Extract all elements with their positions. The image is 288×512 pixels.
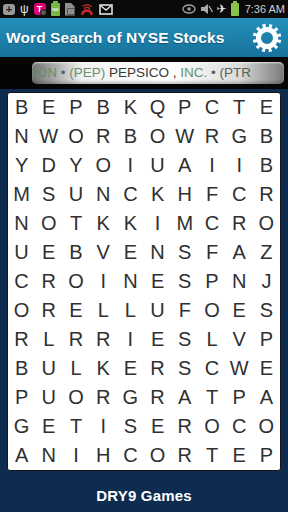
grid-cell[interactable]: I [117, 325, 144, 354]
grid-cell[interactable]: O [144, 441, 171, 470]
ticker-segment: (PEP) [69, 65, 105, 80]
grid-cell[interactable]: E [144, 325, 171, 354]
grid-cell[interactable]: I [117, 151, 144, 180]
grid-cell[interactable]: O [35, 209, 62, 238]
grid-cell[interactable]: I [226, 151, 253, 180]
grid-cell[interactable]: H [171, 180, 198, 209]
ticker-segment: INC. [180, 65, 207, 80]
grid-cell[interactable]: T [62, 412, 89, 441]
grid-cell[interactable]: S [253, 296, 280, 325]
grid-cell[interactable]: B [90, 93, 117, 122]
grid-cell[interactable]: I [90, 412, 117, 441]
grid-cell[interactable]: R [90, 383, 117, 412]
grid-cell[interactable]: U [144, 151, 171, 180]
grid-cell[interactable]: T [198, 441, 225, 470]
sim-card-icon [65, 3, 75, 16]
grid-cell[interactable]: A [226, 238, 253, 267]
grid-cell[interactable]: C [226, 412, 253, 441]
ticker-segment: • [207, 65, 219, 80]
grid-cell[interactable]: E [253, 93, 280, 122]
grid-cell[interactable]: T [62, 209, 89, 238]
grid-cell[interactable]: P [253, 325, 280, 354]
grid-cell[interactable]: P [226, 383, 253, 412]
grid-cell[interactable]: U [144, 296, 171, 325]
grid-cell[interactable]: F [198, 180, 225, 209]
grid-cell[interactable]: R [144, 354, 171, 383]
grid-cell[interactable]: K [90, 354, 117, 383]
grid-cell[interactable]: W [35, 122, 62, 151]
grid-cell[interactable]: N [8, 122, 35, 151]
grid-cell[interactable]: B [62, 238, 89, 267]
system-icons: ✈ 7:36 AM [182, 3, 285, 16]
grid-cell[interactable]: L [117, 296, 144, 325]
grid-cell[interactable]: F [171, 296, 198, 325]
grid-cell[interactable]: E [144, 412, 171, 441]
grid-cell[interactable]: B [8, 93, 35, 122]
ticker-segment: ION [33, 65, 57, 80]
grid-cell[interactable]: R [171, 441, 198, 470]
mute-icon [200, 3, 213, 15]
grid-cell[interactable]: S [117, 412, 144, 441]
letter-grid[interactable]: BEPBKQPCTENWORBOWRGBYDYOIUAIIBMSUNCKHFCR… [7, 92, 281, 471]
grid-cell[interactable]: E [226, 441, 253, 470]
status-bar: + ψ T 100 [0, 0, 288, 18]
grid-cell[interactable]: G [117, 383, 144, 412]
grid-cell[interactable]: E [35, 93, 62, 122]
grid-cell[interactable]: B [253, 122, 280, 151]
gear-icon [252, 23, 282, 53]
grid-cell[interactable]: L [198, 325, 225, 354]
grid-cell[interactable]: R [144, 383, 171, 412]
grid-cell[interactable]: P [8, 383, 35, 412]
grid-cell[interactable]: D [35, 151, 62, 180]
title-bar: Word Search of NYSE Stocks [0, 18, 288, 57]
grid-cell[interactable]: I [144, 209, 171, 238]
plus-box-icon: + [3, 4, 15, 15]
word-list-ticker: ION • (PEP) PEPSICO , INC. • (PTR [0, 57, 288, 89]
grid-cell[interactable]: P [171, 93, 198, 122]
grid-cell[interactable]: R [62, 325, 89, 354]
settings-gear-button[interactable] [251, 22, 283, 54]
ticker-segment: PEPSICO , [105, 65, 180, 80]
grid-cell[interactable]: B [117, 122, 144, 151]
grid-cell[interactable]: E [35, 238, 62, 267]
eye-icon [182, 4, 196, 14]
grid-cell[interactable]: N [117, 267, 144, 296]
grid-cell[interactable]: O [198, 296, 225, 325]
footer-brand: DRY9 Games [0, 487, 288, 504]
grid-cell[interactable]: U [35, 383, 62, 412]
grid-cell[interactable]: B [8, 354, 35, 383]
grid-cell[interactable]: R [226, 209, 253, 238]
grid-cell[interactable]: P [62, 93, 89, 122]
grid-cell[interactable]: O [90, 151, 117, 180]
grid-cell[interactable]: A [171, 151, 198, 180]
ticker-segment: (PTR [220, 65, 252, 80]
grid-cell[interactable]: E [117, 354, 144, 383]
gmail-icon [99, 4, 113, 15]
grid-cell[interactable]: O [8, 296, 35, 325]
grid-cell[interactable]: L [90, 296, 117, 325]
airplane-icon: ✈ [217, 3, 227, 15]
grid-cell[interactable]: J [253, 267, 280, 296]
grid-cell[interactable]: A [171, 383, 198, 412]
battery-icon [231, 3, 239, 16]
grid-cell[interactable]: H [90, 441, 117, 470]
grid-cell[interactable]: P [253, 441, 280, 470]
grid-cell[interactable]: R [35, 296, 62, 325]
grid-cell[interactable]: F [198, 238, 225, 267]
word-ticker-pill: ION • (PEP) PEPSICO , INC. • (PTR [32, 62, 284, 84]
grid-cell[interactable]: R [8, 325, 35, 354]
grid-cell[interactable]: E [253, 354, 280, 383]
grid-cell[interactable]: N [8, 209, 35, 238]
battery-100-icon: 100 [51, 3, 60, 16]
grid-cell[interactable]: W [226, 354, 253, 383]
grid-cell[interactable]: T [226, 93, 253, 122]
grid-cell[interactable]: T [198, 383, 225, 412]
grid-cell[interactable]: K [90, 209, 117, 238]
grid-cell[interactable]: V [226, 325, 253, 354]
grid-cell[interactable]: K [117, 93, 144, 122]
grid-cell[interactable]: C [117, 180, 144, 209]
grid-cell[interactable]: O [253, 209, 280, 238]
usb-icon: ψ [20, 3, 29, 15]
grid-cell[interactable]: E [117, 238, 144, 267]
grid-cell[interactable]: R [90, 122, 117, 151]
wifi-calling-icon [80, 3, 94, 16]
grid-cell[interactable]: P [198, 267, 225, 296]
grid-cell[interactable]: B [253, 151, 280, 180]
notification-icons: + ψ T 100 [3, 3, 182, 16]
grid-cell[interactable]: Y [8, 151, 35, 180]
grid-cell[interactable]: Z [253, 238, 280, 267]
grid-cell[interactable]: L [35, 325, 62, 354]
grid-cell[interactable]: R [90, 325, 117, 354]
grid-cell[interactable]: C [117, 441, 144, 470]
grid-cell[interactable]: E [35, 412, 62, 441]
grid-cell[interactable]: G [226, 122, 253, 151]
grid-cell[interactable]: C [8, 267, 35, 296]
grid-cell[interactable]: O [62, 122, 89, 151]
grid-cell[interactable]: I [90, 267, 117, 296]
ticker-segment: • [57, 65, 69, 80]
grid-cell[interactable]: M [171, 209, 198, 238]
grid-cell[interactable]: K [117, 209, 144, 238]
grid-cell[interactable]: O [62, 383, 89, 412]
grid-cell[interactable]: I [62, 441, 89, 470]
grid-cell[interactable]: I [198, 151, 225, 180]
grid-cell[interactable]: K [144, 180, 171, 209]
grid-cell[interactable]: S [171, 238, 198, 267]
grid-cell[interactable]: R [198, 122, 225, 151]
grid-cell[interactable]: C [226, 180, 253, 209]
grid-cell[interactable]: R [35, 267, 62, 296]
grid-cell[interactable]: C [198, 93, 225, 122]
grid-cell[interactable]: S [171, 267, 198, 296]
grid-cell[interactable]: G [8, 412, 35, 441]
grid-cell[interactable]: A [253, 383, 280, 412]
grid-cell[interactable]: R [171, 412, 198, 441]
grid-cell[interactable]: O [253, 412, 280, 441]
grid-cell[interactable]: L [62, 354, 89, 383]
grid-cell[interactable]: O [198, 412, 225, 441]
grid-cell[interactable]: U [35, 354, 62, 383]
grid-cell[interactable]: S [171, 354, 198, 383]
grid-cell[interactable]: S [171, 325, 198, 354]
grid-cell[interactable]: E [62, 296, 89, 325]
grid-cell[interactable]: N [144, 238, 171, 267]
grid-cell[interactable]: Q [144, 93, 171, 122]
clock-text: 7:36 AM [243, 3, 285, 15]
grid-cell[interactable]: C [198, 209, 225, 238]
grid-cell[interactable]: N [90, 180, 117, 209]
grid-cell[interactable]: A [8, 441, 35, 470]
grid-cell[interactable]: Y [62, 151, 89, 180]
grid-cell[interactable]: M [8, 180, 35, 209]
grid-cell[interactable]: R [253, 180, 280, 209]
tmobile-icon: T [34, 3, 46, 15]
grid-cell[interactable]: N [226, 267, 253, 296]
grid-cell[interactable]: W [171, 122, 198, 151]
grid-cell[interactable]: O [144, 122, 171, 151]
grid-cell[interactable]: O [62, 267, 89, 296]
grid-cell[interactable]: V [90, 238, 117, 267]
grid-cell[interactable]: C [198, 354, 225, 383]
grid-cell[interactable]: U [62, 180, 89, 209]
grid-cell[interactable]: E [144, 267, 171, 296]
grid-cell[interactable]: N [35, 441, 62, 470]
grid-cell[interactable]: S [35, 180, 62, 209]
grid-cell[interactable]: E [226, 296, 253, 325]
page-title: Word Search of NYSE Stocks [6, 29, 225, 47]
grid-cell[interactable]: U [8, 238, 35, 267]
